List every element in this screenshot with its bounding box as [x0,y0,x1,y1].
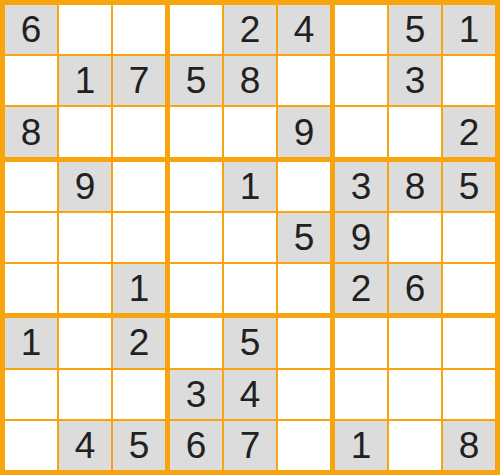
cell-r2c6[interactable] [278,56,330,105]
cell-r7c1: 1 [5,318,57,367]
cell-r6c7: 2 [335,264,387,313]
cell-r8c6[interactable] [278,370,330,419]
cell-r5c1[interactable] [5,213,57,262]
cell-r3c9: 2 [443,107,495,156]
cell-r6c4[interactable] [170,264,222,313]
cell-r3c8[interactable] [389,107,441,156]
cell-r2c9[interactable] [443,56,495,105]
cell-r9c1[interactable] [5,421,57,470]
cell-r7c6[interactable] [278,318,330,367]
cell-r2c7[interactable] [335,56,387,105]
sudoku-box-0-2: 5132 [335,5,495,157]
cell-r1c7[interactable] [335,5,387,54]
cell-r1c4[interactable] [170,5,222,54]
cell-r9c9: 8 [443,421,495,470]
cell-r8c9[interactable] [443,370,495,419]
cell-r6c6[interactable] [278,264,330,313]
sudoku-box-1-1: 15 [170,162,330,314]
cell-r8c4: 3 [170,370,222,419]
cell-r9c3: 5 [113,421,165,470]
cell-r9c4: 6 [170,421,222,470]
cell-r1c3[interactable] [113,5,165,54]
cell-r8c8[interactable] [389,370,441,419]
cell-r2c3: 7 [113,56,165,105]
cell-r8c1[interactable] [5,370,57,419]
cell-r4c2: 9 [59,162,111,211]
cell-r9c6[interactable] [278,421,330,470]
sudoku-box-2-0: 1245 [5,318,165,470]
cell-r2c5: 8 [224,56,276,105]
cell-r3c1: 8 [5,107,57,156]
cell-r2c1[interactable] [5,56,57,105]
cell-r5c5[interactable] [224,213,276,262]
cell-r1c2[interactable] [59,5,111,54]
cell-r3c6: 9 [278,107,330,156]
cell-r8c5: 4 [224,370,276,419]
cell-r5c4[interactable] [170,213,222,262]
sudoku-box-1-2: 385926 [335,162,495,314]
cell-r2c4: 5 [170,56,222,105]
cell-r7c8[interactable] [389,318,441,367]
cell-r4c8: 8 [389,162,441,211]
sudoku-box-2-1: 53467 [170,318,330,470]
cell-r4c6[interactable] [278,162,330,211]
cell-r9c8[interactable] [389,421,441,470]
cell-r1c8: 5 [389,5,441,54]
sudoku-box-0-0: 6178 [5,5,165,157]
cell-r7c2[interactable] [59,318,111,367]
cell-r5c3[interactable] [113,213,165,262]
cell-r5c9[interactable] [443,213,495,262]
cell-r9c2: 4 [59,421,111,470]
cell-r3c3[interactable] [113,107,165,156]
cell-r6c8: 6 [389,264,441,313]
sudoku-box-1-0: 91 [5,162,165,314]
cell-r2c2: 1 [59,56,111,105]
cell-r7c4[interactable] [170,318,222,367]
cell-r6c1[interactable] [5,264,57,313]
sudoku-box-0-1: 24589 [170,5,330,157]
cell-r5c2[interactable] [59,213,111,262]
cell-r7c5: 5 [224,318,276,367]
cell-r2c8: 3 [389,56,441,105]
cell-r7c7[interactable] [335,318,387,367]
cell-r3c7[interactable] [335,107,387,156]
cell-r4c3[interactable] [113,162,165,211]
cell-r5c8[interactable] [389,213,441,262]
cell-r4c5: 1 [224,162,276,211]
cell-r4c9: 5 [443,162,495,211]
cell-r3c5[interactable] [224,107,276,156]
cell-r6c9[interactable] [443,264,495,313]
cell-r3c4[interactable] [170,107,222,156]
sudoku-box-2-2: 18 [335,318,495,470]
cell-r5c6: 5 [278,213,330,262]
cell-r4c7: 3 [335,162,387,211]
cell-r8c2[interactable] [59,370,111,419]
cell-r9c7: 1 [335,421,387,470]
cell-r6c2[interactable] [59,264,111,313]
cell-r4c1[interactable] [5,162,57,211]
cell-r9c5: 7 [224,421,276,470]
cell-r5c7: 9 [335,213,387,262]
cell-r6c5[interactable] [224,264,276,313]
cell-r4c4[interactable] [170,162,222,211]
cell-r7c9[interactable] [443,318,495,367]
cell-r3c2[interactable] [59,107,111,156]
cell-r1c1: 6 [5,5,57,54]
cell-r1c5: 2 [224,5,276,54]
cell-r8c3[interactable] [113,370,165,419]
cell-r8c7[interactable] [335,370,387,419]
cell-r6c3: 1 [113,264,165,313]
cell-r1c6: 4 [278,5,330,54]
cell-r7c3: 2 [113,318,165,367]
sudoku-board: 6178245895132911538592612455346718 [0,0,500,475]
cell-r1c9: 1 [443,5,495,54]
